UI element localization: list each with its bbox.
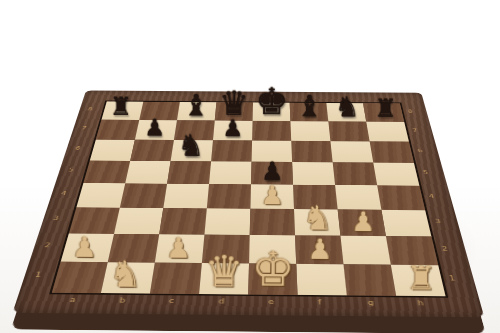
rank-label-right-1: 1 (449, 275, 457, 282)
square-g6[interactable] (330, 141, 373, 162)
square-f2[interactable]: ♟ (295, 235, 343, 264)
square-c5[interactable] (167, 161, 211, 184)
piece-black-r-a8[interactable]: ♜ (109, 94, 132, 119)
rank-label-right-5: 5 (423, 170, 429, 175)
square-d6[interactable] (211, 140, 252, 161)
square-d5[interactable] (209, 161, 252, 184)
square-a3[interactable] (69, 207, 120, 234)
piece-white-p-e4[interactable]: ♟ (261, 182, 284, 208)
rank-label-right-2: 2 (441, 246, 448, 252)
piece-black-r-h8[interactable]: ♜ (374, 96, 397, 121)
photo-scene: ♜♝♛♚♝♞♜♟♟♞♟♟♞♟♟♟♟♞♛♚♜ 8765432187654321ab… (0, 0, 500, 333)
square-b5[interactable] (125, 161, 170, 184)
square-f1[interactable] (296, 264, 347, 295)
file-label-h: h (417, 300, 424, 307)
piece-white-p-a2[interactable]: ♟ (72, 233, 97, 261)
square-d4[interactable] (207, 184, 251, 209)
square-h8[interactable]: ♜ (363, 103, 404, 122)
piece-black-p-d7[interactable]: ♟ (222, 117, 243, 140)
rank-label-left-5: 5 (68, 168, 74, 173)
file-label-g: g (367, 299, 374, 306)
piece-black-b-c8[interactable]: ♝ (183, 90, 210, 120)
rank-label-left-4: 4 (60, 191, 67, 196)
square-c6[interactable]: ♞ (171, 140, 213, 161)
square-f5[interactable] (292, 162, 335, 185)
square-a7[interactable] (96, 120, 139, 140)
piece-black-p-b7[interactable]: ♟ (144, 116, 165, 139)
chess-board-3d: ♜♝♛♚♝♞♜♟♟♞♟♟♞♟♟♟♟♞♛♚♜ 8765432187654321ab… (13, 90, 485, 317)
square-d1[interactable]: ♛ (199, 263, 249, 294)
rank-label-left-6: 6 (75, 146, 81, 151)
rank-label-right-6: 6 (417, 149, 423, 154)
piece-black-k-e8[interactable]: ♚ (255, 84, 288, 121)
square-e8[interactable]: ♚ (253, 102, 291, 121)
piece-white-r-h1[interactable]: ♜ (406, 262, 436, 295)
square-h4[interactable] (377, 185, 425, 210)
square-b3[interactable] (114, 208, 163, 235)
square-f3[interactable]: ♞ (294, 209, 340, 236)
square-g8[interactable]: ♞ (326, 103, 366, 122)
square-b6[interactable] (130, 140, 174, 161)
square-c4[interactable] (163, 184, 209, 209)
piece-black-n-g8[interactable]: ♞ (335, 93, 360, 121)
file-label-d: d (218, 298, 224, 305)
file-label-a: a (69, 297, 77, 304)
square-e7[interactable] (252, 121, 291, 141)
piece-white-n-b1[interactable]: ♞ (109, 256, 142, 293)
square-e3[interactable] (250, 209, 295, 236)
square-e4[interactable]: ♟ (250, 184, 294, 209)
square-g5[interactable] (333, 162, 378, 185)
square-b7[interactable]: ♟ (135, 120, 177, 140)
piece-white-p-c2[interactable]: ♟ (166, 234, 191, 262)
square-f8[interactable]: ♝ (290, 103, 329, 122)
square-h7[interactable] (366, 122, 409, 142)
rank-label-left-7: 7 (81, 126, 87, 130)
board-frame: ♜♝♛♚♝♞♜♟♟♞♟♟♞♟♟♟♟♞♛♚♜ 8765432187654321ab… (13, 90, 485, 317)
square-h3[interactable] (381, 210, 431, 237)
piece-white-p-g3[interactable]: ♟ (351, 208, 375, 235)
square-h1[interactable]: ♜ (391, 265, 446, 296)
rank-label-left-8: 8 (87, 107, 93, 111)
square-d7[interactable]: ♟ (213, 121, 253, 141)
square-h6[interactable] (370, 141, 414, 162)
square-g7[interactable] (328, 121, 369, 141)
file-label-f: f (318, 299, 322, 306)
square-b4[interactable] (120, 183, 167, 208)
rank-label-right-8: 8 (407, 110, 413, 114)
file-label-b: b (119, 297, 126, 304)
rank-label-left-1: 1 (34, 272, 42, 279)
square-a1[interactable] (52, 262, 108, 293)
file-label-c: c (168, 298, 174, 305)
square-c3[interactable] (159, 208, 207, 235)
piece-white-p-f2[interactable]: ♟ (307, 235, 332, 263)
square-a2[interactable]: ♟ (61, 234, 114, 263)
square-b1[interactable]: ♞ (101, 262, 155, 293)
square-h5[interactable] (373, 163, 419, 186)
piece-white-k-e1[interactable]: ♚ (251, 246, 294, 294)
square-a4[interactable] (76, 183, 125, 208)
square-a6[interactable] (90, 139, 135, 160)
rank-label-left-3: 3 (52, 216, 59, 222)
square-c2[interactable]: ♟ (155, 234, 205, 263)
square-c8[interactable]: ♝ (177, 102, 216, 121)
square-c1[interactable] (150, 263, 202, 294)
square-g3[interactable]: ♟ (338, 209, 386, 236)
piece-black-n-c6[interactable]: ♞ (178, 131, 205, 161)
square-f6[interactable] (291, 141, 332, 162)
rank-label-left-2: 2 (44, 243, 51, 249)
square-g2[interactable] (340, 236, 390, 265)
piece-white-q-d1[interactable]: ♛ (204, 250, 243, 294)
rank-label-right-7: 7 (412, 128, 418, 132)
square-f7[interactable] (290, 121, 330, 141)
square-d3[interactable] (204, 208, 250, 235)
piece-white-n-f3[interactable]: ♞ (303, 201, 333, 235)
square-a5[interactable] (83, 160, 130, 183)
square-g1[interactable] (343, 264, 396, 295)
square-a8[interactable]: ♜ (102, 101, 144, 120)
piece-black-b-f8[interactable]: ♝ (296, 91, 323, 121)
rank-label-right-3: 3 (435, 219, 442, 225)
file-label-e: e (268, 298, 274, 305)
rank-label-right-4: 4 (428, 194, 435, 199)
square-e1[interactable]: ♚ (248, 264, 297, 295)
board-grid: ♜♝♛♚♝♞♜♟♟♞♟♟♞♟♟♟♟♞♛♚♜ (49, 101, 448, 298)
